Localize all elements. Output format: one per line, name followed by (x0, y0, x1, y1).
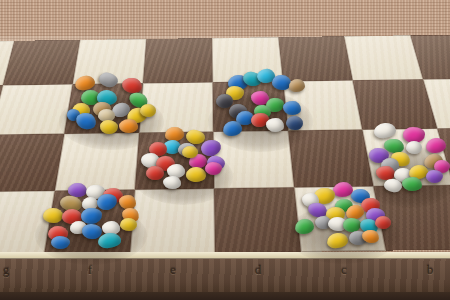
scene: gfedcb (0, 0, 450, 300)
pebble-white (373, 122, 396, 139)
pebble-white (406, 141, 422, 154)
pebble-magenta (425, 137, 446, 154)
pebble-piles-layer (0, 0, 450, 300)
pebble-pile-b7[interactable] (0, 0, 450, 300)
pebble-green (402, 177, 422, 191)
